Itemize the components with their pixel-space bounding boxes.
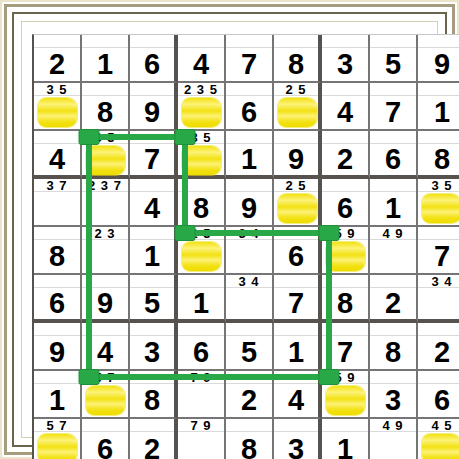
cell-r2c5[interactable]: 6 xyxy=(226,83,274,131)
cell-value: 4 xyxy=(322,95,368,129)
cell-r2c4[interactable]: 2 3 5 xyxy=(178,83,226,131)
cell-r4c8[interactable]: 1 xyxy=(370,179,418,227)
cell-r3c9[interactable]: 8 xyxy=(418,131,459,179)
highlight-marker xyxy=(422,194,459,223)
cell-r8c6[interactable]: 4 xyxy=(274,371,322,419)
cell-r2c3[interactable]: 9 xyxy=(130,83,178,131)
sudoku-board[interactable]: 2164783593 5892 3 562 547143 573 5192683… xyxy=(32,34,459,459)
cell-value: 8 xyxy=(226,431,272,459)
cell-value: 4 xyxy=(178,47,224,81)
cell-value: 6 xyxy=(322,191,368,225)
cell-value: 2 xyxy=(34,47,80,81)
cell-value: 1 xyxy=(34,383,80,417)
cell-r9c8[interactable]: 4 9 xyxy=(370,419,418,459)
sudoku-app-window: 2164783593 5892 3 562 547143 573 5192683… xyxy=(0,0,459,459)
cell-value: 3 xyxy=(322,47,368,81)
cell-r1c6[interactable]: 8 xyxy=(274,35,322,83)
cell-r4c6[interactable]: 2 5 xyxy=(274,179,322,227)
cell-candidates: 2 3 5 xyxy=(178,83,224,96)
cell-r8c7[interactable]: 5 9 xyxy=(322,371,370,419)
cell-value: 8 xyxy=(274,47,318,81)
cell-value: 7 xyxy=(226,47,272,81)
cell-r7c2[interactable]: 4 xyxy=(82,323,130,371)
cell-value: 8 xyxy=(322,287,368,319)
cell-candidates: 3 4 xyxy=(226,275,272,288)
cell-value: 6 xyxy=(370,143,416,175)
cell-r2c6[interactable]: 2 5 xyxy=(274,83,322,131)
cell-r7c6[interactable]: 1 xyxy=(274,323,322,371)
cell-value: 9 xyxy=(274,143,318,175)
highlight-marker xyxy=(278,194,317,223)
cell-r1c9[interactable]: 9 xyxy=(418,35,459,83)
cell-r1c7[interactable]: 3 xyxy=(322,35,370,83)
cell-r9c4[interactable]: 7 9 xyxy=(178,419,226,459)
cell-r5c6[interactable]: 6 xyxy=(274,227,322,275)
cell-r7c9[interactable]: 2 xyxy=(418,323,459,371)
cell-value: 7 xyxy=(130,143,174,175)
cell-value: 1 xyxy=(370,191,416,225)
highlight-marker xyxy=(278,98,317,127)
cell-r3c7[interactable]: 2 xyxy=(322,131,370,179)
cell-value: 7 xyxy=(322,335,368,369)
cell-candidates: 4 9 xyxy=(370,419,416,432)
cell-r3c2[interactable]: 3 5 xyxy=(82,131,130,179)
cell-r1c1[interactable]: 2 xyxy=(34,35,82,83)
cell-r6c6[interactable]: 7 xyxy=(274,275,322,323)
highlight-marker xyxy=(38,434,77,459)
highlight-marker xyxy=(86,146,125,175)
cell-value: 1 xyxy=(322,431,368,459)
cell-r4c9[interactable]: 3 5 xyxy=(418,179,459,227)
cell-r4c3[interactable]: 4 xyxy=(130,179,178,227)
highlight-marker xyxy=(326,386,365,415)
window-frame: 2164783593 5892 3 562 547143 573 5192683… xyxy=(0,0,459,459)
cell-value: 6 xyxy=(274,239,318,273)
cell-r1c2[interactable]: 1 xyxy=(82,35,130,83)
cell-value: 8 xyxy=(82,95,128,129)
cell-candidates: 3 5 xyxy=(34,83,80,96)
highlight-marker xyxy=(182,146,221,175)
cell-value: 6 xyxy=(178,335,224,369)
cell-r5c7[interactable]: 5 9 xyxy=(322,227,370,275)
cell-r9c5[interactable]: 8 xyxy=(226,419,274,459)
cell-value: 4 xyxy=(274,383,318,417)
cell-candidates: 4 9 xyxy=(370,227,416,240)
cell-value: 9 xyxy=(418,47,459,81)
cell-candidates: 7 9 xyxy=(178,419,224,432)
cell-candidates: 3 7 xyxy=(34,179,80,192)
cell-r4c4[interactable]: 8 xyxy=(178,179,226,227)
cell-value: 8 xyxy=(130,383,174,417)
cell-value: 7 xyxy=(370,95,416,129)
cell-r6c1[interactable]: 6 xyxy=(34,275,82,323)
cell-value: 2 xyxy=(418,335,459,369)
cell-r1c5[interactable]: 7 xyxy=(226,35,274,83)
cell-r2c8[interactable]: 7 xyxy=(370,83,418,131)
cell-r1c8[interactable]: 5 xyxy=(370,35,418,83)
cell-r1c3[interactable]: 6 xyxy=(130,35,178,83)
cell-r5c3[interactable]: 1 xyxy=(130,227,178,275)
cell-value: 6 xyxy=(82,431,128,459)
cell-value: 2 xyxy=(130,431,174,459)
cell-r8c3[interactable]: 8 xyxy=(130,371,178,419)
cell-value: 6 xyxy=(418,383,459,417)
highlight-marker xyxy=(38,98,77,127)
cell-r7c1[interactable]: 9 xyxy=(34,323,82,371)
cell-r6c3[interactable]: 5 xyxy=(130,275,178,323)
cell-candidates: 2 3 xyxy=(82,227,128,240)
cell-value: 6 xyxy=(34,287,80,319)
cell-candidates: 3 5 xyxy=(178,131,224,144)
cell-r8c5[interactable]: 2 xyxy=(226,371,274,419)
cell-r6c4[interactable]: 1 xyxy=(178,275,226,323)
cell-value: 6 xyxy=(130,47,174,81)
board-background: 2164783593 5892 3 562 547143 573 5192683… xyxy=(21,21,438,438)
cell-r8c2[interactable]: 5 7 xyxy=(82,371,130,419)
cell-r4c7[interactable]: 6 xyxy=(322,179,370,227)
cell-candidates: 4 5 xyxy=(418,419,459,432)
cell-candidates: 2 5 xyxy=(274,83,318,96)
cell-value: 1 xyxy=(130,239,174,273)
cell-r3c8[interactable]: 6 xyxy=(370,131,418,179)
cell-value: 4 xyxy=(130,191,174,225)
cell-candidates: 5 9 xyxy=(322,371,368,384)
cell-r4c2[interactable]: 2 3 7 xyxy=(82,179,130,227)
highlight-marker xyxy=(422,434,459,459)
cell-r3c3[interactable]: 7 xyxy=(130,131,178,179)
cell-r4c1[interactable]: 3 7 xyxy=(34,179,82,227)
cell-value: 4 xyxy=(34,143,80,175)
cell-r5c9[interactable]: 7 xyxy=(418,227,459,275)
cell-value: 5 xyxy=(370,47,416,81)
cell-r5c4[interactable]: 2 5 xyxy=(178,227,226,275)
cell-r7c8[interactable]: 8 xyxy=(370,323,418,371)
cell-r4c5[interactable]: 9 xyxy=(226,179,274,227)
cell-r6c7[interactable]: 8 xyxy=(322,275,370,323)
cell-r6c5[interactable]: 3 4 xyxy=(226,275,274,323)
cell-value: 2 xyxy=(322,143,368,175)
cell-r3c4[interactable]: 3 5 xyxy=(178,131,226,179)
cell-r6c2[interactable]: 9 xyxy=(82,275,130,323)
cell-r7c4[interactable]: 6 xyxy=(178,323,226,371)
cell-value: 9 xyxy=(130,95,174,129)
cell-value: 5 xyxy=(226,335,272,369)
cell-r5c1[interactable]: 8 xyxy=(34,227,82,275)
cell-r8c4[interactable]: 7 9 xyxy=(178,371,226,419)
cell-r1c4[interactable]: 4 xyxy=(178,35,226,83)
cell-candidates: 2 3 7 xyxy=(82,179,128,192)
cell-candidates: 2 5 xyxy=(178,227,224,240)
cell-value: 8 xyxy=(178,191,224,225)
cell-r9c9[interactable]: 4 5 xyxy=(418,419,459,459)
cell-r7c3[interactable]: 3 xyxy=(130,323,178,371)
cell-value: 3 xyxy=(274,431,318,459)
cell-value: 2 xyxy=(226,383,272,417)
cell-r9c2[interactable]: 6 xyxy=(82,419,130,459)
cell-r6c9[interactable]: 3 4 xyxy=(418,275,459,323)
cell-value: 3 xyxy=(130,335,174,369)
cell-r9c7[interactable]: 1 xyxy=(322,419,370,459)
window-frame-mid: 2164783593 5892 3 562 547143 573 5192683… xyxy=(4,4,455,455)
cell-value: 1 xyxy=(274,335,318,369)
highlight-marker xyxy=(182,98,221,127)
cell-value: 8 xyxy=(418,143,459,175)
cell-candidates: 3 5 xyxy=(418,179,459,192)
cell-r8c1[interactable]: 1 xyxy=(34,371,82,419)
cell-value: 1 xyxy=(178,287,224,319)
cell-r5c5[interactable]: 3 4 xyxy=(226,227,274,275)
cell-candidates: 3 4 xyxy=(418,275,459,288)
cell-value: 1 xyxy=(418,95,459,129)
cell-r9c3[interactable]: 2 xyxy=(130,419,178,459)
window-frame-inner: 2164783593 5892 3 562 547143 573 5192683… xyxy=(12,12,447,447)
cell-r2c1[interactable]: 3 5 xyxy=(34,83,82,131)
cell-r9c1[interactable]: 5 7 xyxy=(34,419,82,459)
cell-value: 9 xyxy=(34,335,80,369)
cell-r8c8[interactable]: 3 xyxy=(370,371,418,419)
cell-candidates: 5 7 xyxy=(34,419,80,432)
highlight-marker xyxy=(182,242,221,271)
cell-value: 8 xyxy=(34,239,80,273)
cell-r3c1[interactable]: 4 xyxy=(34,131,82,179)
cell-r2c7[interactable]: 4 xyxy=(322,83,370,131)
cell-candidates: 2 5 xyxy=(274,179,318,192)
cell-value: 1 xyxy=(226,143,272,175)
cell-r6c8[interactable]: 2 xyxy=(370,275,418,323)
cell-r9c6[interactable]: 3 xyxy=(274,419,322,459)
cell-candidates: 7 9 xyxy=(178,371,224,384)
cell-value: 6 xyxy=(226,95,272,129)
cell-candidates: 5 9 xyxy=(322,227,368,240)
cell-value: 3 xyxy=(370,383,416,417)
cell-r7c5[interactable]: 5 xyxy=(226,323,274,371)
cell-value: 2 xyxy=(370,287,416,319)
cell-value: 5 xyxy=(130,287,174,319)
cell-value: 9 xyxy=(82,287,128,319)
cell-value: 8 xyxy=(370,335,416,369)
cell-r2c2[interactable]: 8 xyxy=(82,83,130,131)
cell-candidates: 5 7 xyxy=(82,371,128,384)
cell-candidates: 3 5 xyxy=(82,131,128,144)
highlight-marker xyxy=(326,242,365,271)
cell-r3c6[interactable]: 9 xyxy=(274,131,322,179)
cell-r7c7[interactable]: 7 xyxy=(322,323,370,371)
cell-r5c2[interactable]: 2 3 xyxy=(82,227,130,275)
highlight-marker xyxy=(86,386,125,415)
cell-r3c5[interactable]: 1 xyxy=(226,131,274,179)
cell-value: 4 xyxy=(82,335,128,369)
cell-value: 7 xyxy=(418,239,459,273)
cell-r2c9[interactable]: 1 xyxy=(418,83,459,131)
cell-r8c9[interactable]: 6 xyxy=(418,371,459,419)
cell-candidates: 3 4 xyxy=(226,227,272,240)
cell-value: 7 xyxy=(274,287,318,319)
cell-value: 9 xyxy=(226,191,272,225)
cell-value: 1 xyxy=(82,47,128,81)
cell-r5c8[interactable]: 4 9 xyxy=(370,227,418,275)
